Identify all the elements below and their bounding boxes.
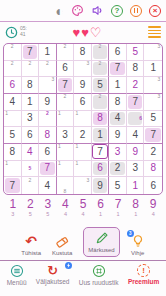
numpad-remaining-count: 1 xyxy=(117,211,120,218)
cell-r2c1[interactable]: 2 xyxy=(4,61,22,78)
cell-r6c4[interactable]: 3 xyxy=(57,127,75,144)
challenges-badge xyxy=(65,262,72,269)
cell-r5c3[interactable]: 2 xyxy=(39,111,57,128)
cell-r5c2[interactable]: 3 xyxy=(22,111,40,128)
clock-icon xyxy=(5,26,18,39)
cell-value: 3 xyxy=(27,113,33,123)
cell-r6c7[interactable]: 9 xyxy=(109,127,127,144)
status-bar: 05:41 ♥♥♡ xyxy=(0,22,166,42)
cell-r1c2[interactable]: 7 xyxy=(22,44,40,61)
numpad-remaining-count: 5 xyxy=(29,211,32,218)
numpad-digit: 8 xyxy=(132,198,139,211)
cell-r1c1[interactable]: 2 xyxy=(4,44,22,61)
top-icon-bar: ◐ ? × xyxy=(0,0,166,22)
numpad-remaining-count: 5 xyxy=(46,211,49,218)
cell-value: 8 xyxy=(97,113,103,123)
cell-r7c4[interactable]: 1 xyxy=(57,144,75,161)
cell-r4c8[interactable]: 7 xyxy=(127,94,145,111)
cell-r3c7[interactable]: 1 xyxy=(109,77,127,94)
cell-r2c3[interactable]: 2 xyxy=(39,61,57,78)
pencil-mark: 2 xyxy=(45,61,50,66)
pencil-mark: 2 xyxy=(97,94,102,99)
numpad-digit: 9 xyxy=(150,198,157,211)
cell-r7c5[interactable]: 1 xyxy=(74,144,92,161)
pencil-mark: 8 xyxy=(62,188,67,193)
pencil-mark: 1 xyxy=(57,111,62,116)
erase-label: Kustuta xyxy=(52,250,72,257)
cell-value: 7 xyxy=(62,80,68,90)
undo-button[interactable]: ↶ Tühista xyxy=(21,233,41,257)
sudoku-app-screen: ◐ ? × 05:41 ♥♥♡ 271282653222632781683795… xyxy=(0,0,166,296)
premium-exclaim: ! xyxy=(142,266,145,275)
cell-r8c4[interactable]: 1 xyxy=(57,161,75,178)
numpad-digit: 6 xyxy=(97,198,104,211)
cell-value: 1 xyxy=(97,130,103,140)
pencil-mark: 2 xyxy=(97,44,102,49)
cell-value: 4 xyxy=(132,130,138,140)
bottom-nav: Menüü ↻ Väljakutsed Uus ruudustik ! Pree… xyxy=(0,261,166,286)
cell-value: 4 xyxy=(27,147,33,157)
premium-gear-icon: ! xyxy=(137,264,150,277)
notes-pencil-icon xyxy=(95,230,109,246)
sound-icon[interactable] xyxy=(91,4,104,17)
cell-value: 2 xyxy=(150,147,156,157)
pencil-mark: 6 xyxy=(138,116,143,121)
cell-r5c6[interactable]: 8 xyxy=(92,111,110,128)
cell-r5c4[interactable]: 1 xyxy=(57,111,75,128)
cell-r5c1[interactable]: 1 xyxy=(4,111,22,128)
numpad-digit: 2 xyxy=(27,198,34,211)
close-icon[interactable]: × xyxy=(149,5,161,17)
cell-r2c5[interactable]: 3 xyxy=(74,61,92,78)
difficulty-menu-icon[interactable] xyxy=(148,26,161,37)
cell-r3c5[interactable]: 9 xyxy=(74,77,92,94)
cell-r4c9[interactable]: 3 xyxy=(144,94,162,111)
cell-value: 6 xyxy=(150,181,156,191)
cell-r2c4[interactable]: 6 xyxy=(57,61,75,78)
cell-r3c1[interactable]: 6 xyxy=(4,77,22,94)
cell-value: 4 xyxy=(9,97,15,107)
cell-r9c7[interactable]: 5 xyxy=(109,177,127,194)
help-icon[interactable]: ? xyxy=(111,5,123,17)
numpad-1[interactable]: 13 xyxy=(4,198,22,218)
cell-r6c5[interactable]: 2 xyxy=(74,127,92,144)
numpad-3[interactable]: 35 xyxy=(39,198,57,218)
cell-r9c2[interactable]: 2 xyxy=(22,177,40,194)
cell-value: 7 xyxy=(150,130,156,140)
cell-value: 7 xyxy=(9,181,15,191)
cell-value: 9 xyxy=(115,130,121,140)
cell-value: 4 xyxy=(45,181,51,191)
cell-r4c6[interactable]: 2 xyxy=(92,94,110,111)
cell-value: 9 xyxy=(97,181,103,191)
cell-r6c8[interactable]: 4 xyxy=(127,127,145,144)
cell-value: 5 xyxy=(115,181,121,191)
cell-value: 3 xyxy=(132,163,138,173)
numpad-digit: 7 xyxy=(115,198,122,211)
cell-value: 7 xyxy=(132,97,138,107)
cell-r9c6[interactable]: 9 xyxy=(92,177,110,194)
cell-r7c6[interactable]: 7 xyxy=(92,144,110,161)
cell-r9c3[interactable]: 4 xyxy=(39,177,57,194)
cell-r7c9[interactable]: 2 xyxy=(144,144,162,161)
pencil-mark: 2 xyxy=(10,61,15,66)
lives-hearts: ♥♥♡ xyxy=(27,26,148,39)
cell-r6c2[interactable]: 6 xyxy=(22,127,40,144)
cell-value: 8 xyxy=(80,47,86,57)
nav-new-grid[interactable]: Uus ruudustik xyxy=(79,264,119,286)
cell-r4c1[interactable]: 4 xyxy=(4,94,22,111)
pencil-mark: 3 xyxy=(156,44,162,49)
help-glyph: ? xyxy=(115,6,120,15)
cell-value: 7 xyxy=(27,47,33,57)
cell-value: 9 xyxy=(132,147,138,157)
cell-r3c6[interactable]: 5 xyxy=(92,77,110,94)
number-pad: 132535445461718194 xyxy=(0,195,166,218)
pencil-mark: 5 xyxy=(27,166,32,171)
cell-value: 1 xyxy=(115,80,121,90)
notes-toggle-active[interactable]: Märkused xyxy=(83,227,119,257)
cell-r3c8[interactable]: 2 xyxy=(127,77,145,94)
cell-r9c4[interactable]: 8 xyxy=(57,177,75,194)
cell-value: 3 xyxy=(62,130,68,140)
cell-value: 6 xyxy=(45,147,51,157)
cell-value: 6 xyxy=(115,47,121,57)
cell-value: 9 xyxy=(45,97,51,107)
cell-value: 5 xyxy=(150,113,156,123)
cell-value: 2 xyxy=(80,130,86,140)
eraser-icon xyxy=(55,233,70,249)
nav-challenges[interactable]: ↻ Väljakutsed xyxy=(36,264,70,285)
cell-r5c7[interactable]: 4 xyxy=(109,111,127,128)
cell-value: 8 xyxy=(27,80,33,90)
cell-r3c3[interactable]: 3 xyxy=(39,77,57,94)
cell-r8c1[interactable]: 1 xyxy=(4,161,22,178)
pencil-mark: 1 xyxy=(74,111,79,116)
cell-r4c4[interactable]: 2 xyxy=(57,94,75,111)
cell-value: 5 xyxy=(97,80,103,90)
new-grid-icon xyxy=(92,264,106,278)
numpad-5[interactable]: 54 xyxy=(74,198,92,218)
hint-bulb-icon: 3 xyxy=(131,233,145,249)
cell-r6c3[interactable]: 8 xyxy=(39,127,57,144)
undo-label: Tühista xyxy=(21,250,41,257)
cell-r2c2[interactable]: 2 xyxy=(22,61,40,78)
numpad-4[interactable]: 44 xyxy=(57,198,75,218)
cell-r3c2[interactable]: 8 xyxy=(22,77,40,94)
cell-value: 8 xyxy=(150,163,156,173)
pencil-mark: 2 xyxy=(27,61,32,66)
pencil-mark: 3 xyxy=(85,61,90,66)
pencil-mark: 3 xyxy=(85,177,90,182)
numpad-remaining-count: 4 xyxy=(81,211,84,218)
pause-bars xyxy=(134,8,139,13)
pencil-mark: 3 xyxy=(156,94,162,99)
cell-r9c5[interactable]: 3 xyxy=(74,177,92,194)
cell-r7c8[interactable]: 9 xyxy=(127,144,145,161)
cell-value: 7 xyxy=(97,147,103,157)
cell-value: 6 xyxy=(27,130,33,140)
nav-new-grid-label: Uus ruudustik xyxy=(79,279,119,286)
nav-premium[interactable]: ! Preemium xyxy=(128,264,159,285)
numpad-digit: 3 xyxy=(45,198,52,211)
cell-r3c9[interactable]: 3 xyxy=(144,77,162,94)
cell-r2c9[interactable]: 1 xyxy=(144,61,162,78)
cell-r8c2[interactable]: 5 xyxy=(22,161,40,178)
close-glyph: × xyxy=(153,6,158,15)
cell-value: 4 xyxy=(115,113,121,123)
cell-r6c6[interactable]: 1 xyxy=(92,127,110,144)
numpad-remaining-count: 4 xyxy=(64,211,67,218)
numpad-remaining-count: 3 xyxy=(11,211,14,218)
cell-r2c7[interactable]: 7 xyxy=(109,61,127,78)
cell-value: 7 xyxy=(115,63,121,73)
cell-value: 6 xyxy=(80,97,86,107)
hint-count-badge: 3 xyxy=(127,230,134,237)
timer: 05:41 xyxy=(5,26,27,39)
numpad-7[interactable]: 71 xyxy=(109,198,127,218)
cell-r8c7[interactable]: 2 xyxy=(109,161,127,178)
cell-r8c3[interactable]: 7 xyxy=(39,161,57,178)
pencil-mark: 2 xyxy=(62,94,67,99)
cell-r7c3[interactable]: 6 xyxy=(39,144,57,161)
pencil-mark: 2 xyxy=(62,44,67,49)
cell-value: 9 xyxy=(80,80,86,90)
cell-value: 1 xyxy=(27,97,33,107)
cell-r7c2[interactable]: 4 xyxy=(22,144,40,161)
erase-button[interactable]: Kustuta xyxy=(52,233,72,257)
nav-menu[interactable]: Menüü xyxy=(7,264,27,286)
cell-r6c9[interactable]: 7 xyxy=(144,127,162,144)
cell-r3c4[interactable]: 7 xyxy=(57,77,75,94)
pencil-mark: 1 xyxy=(4,161,9,166)
menu-icon xyxy=(10,264,24,278)
cell-value: 1 xyxy=(132,181,138,191)
cell-r4c7[interactable]: 8 xyxy=(109,94,127,111)
nav-menu-label: Menüü xyxy=(7,279,27,286)
cell-r2c6[interactable]: 2 xyxy=(92,61,110,78)
cell-r1c6[interactable]: 2 xyxy=(92,44,110,61)
toolbar: ↶ Tühista Kustuta Märkused 3 Vihje xyxy=(0,227,166,257)
pencil-mark: 2 xyxy=(27,177,32,182)
cell-value: 5 xyxy=(132,47,138,57)
pencil-mark: 2 xyxy=(97,61,102,66)
cell-r8c8[interactable]: 3 xyxy=(127,161,145,178)
nav-challenges-label: Väljakutsed xyxy=(36,278,70,285)
cell-value: 8 xyxy=(9,147,15,157)
numpad-digit: 4 xyxy=(62,198,69,211)
cell-value: 6 xyxy=(9,80,15,90)
hint-button[interactable]: 3 Vihje xyxy=(131,233,145,257)
numpad-remaining-count: 1 xyxy=(134,211,137,218)
cell-r2c8[interactable]: 8 xyxy=(127,61,145,78)
cell-r9c9[interactable]: 6 xyxy=(144,177,162,194)
nav-premium-label: Preemium xyxy=(128,278,159,285)
pencil-mark: 2 xyxy=(10,44,15,49)
cell-r1c5[interactable]: 8 xyxy=(74,44,92,61)
pencil-mark: 2 xyxy=(45,111,50,116)
cell-value: 6 xyxy=(62,63,68,73)
pencil-mark: 1 xyxy=(57,144,62,149)
pencil-mark: 1 xyxy=(57,161,62,166)
cell-value: 6 xyxy=(97,163,103,173)
cell-r1c8[interactable]: 5 xyxy=(127,44,145,61)
cell-r5c8[interactable]: 6 xyxy=(127,111,145,128)
cell-r4c2[interactable]: 1 xyxy=(22,94,40,111)
pencil-mark: 1 xyxy=(74,161,79,166)
cell-r9c1[interactable]: 7 xyxy=(4,177,22,194)
numpad-remaining-count: 1 xyxy=(99,211,102,218)
hint-label: Vihje xyxy=(131,250,144,257)
cell-value: 2 xyxy=(132,80,138,90)
cell-r1c3[interactable]: 1 xyxy=(39,44,57,61)
cell-r4c3[interactable]: 9 xyxy=(39,94,57,111)
pencil-mark: 1 xyxy=(4,111,9,116)
cell-value: 3 xyxy=(115,147,121,157)
numpad-6[interactable]: 61 xyxy=(92,198,110,218)
timer-text: 05:41 xyxy=(20,26,27,38)
numpad-remaining-count: 4 xyxy=(152,211,155,218)
cell-value: 8 xyxy=(115,97,121,107)
pause-icon[interactable] xyxy=(130,5,142,17)
cell-r5c5[interactable]: 1 xyxy=(74,111,92,128)
cell-r1c9[interactable]: 3 xyxy=(144,44,162,61)
notes-label: Märkused xyxy=(88,247,114,254)
cell-r9c8[interactable]: 1 xyxy=(127,177,145,194)
numpad-2[interactable]: 25 xyxy=(22,198,40,218)
undo-icon: ↶ xyxy=(25,234,37,248)
palette-icon[interactable] xyxy=(71,4,84,17)
pencil-mark: 3 xyxy=(156,77,162,82)
pencil-mark: 3 xyxy=(50,77,55,82)
sudoku-board: 2712826532226327816837951234192628731321… xyxy=(3,43,163,195)
cell-r7c1[interactable]: 8 xyxy=(4,144,22,161)
cell-value: 2 xyxy=(115,163,121,173)
cell-value: 1 xyxy=(150,63,156,73)
cell-r6c1[interactable]: 5 xyxy=(4,127,22,144)
cell-r7c7[interactable]: 3 xyxy=(109,144,127,161)
cell-r1c7[interactable]: 6 xyxy=(109,44,127,61)
cell-value: 7 xyxy=(45,163,51,173)
numpad-digit: 5 xyxy=(80,198,87,211)
cell-r8c6[interactable]: 6 xyxy=(92,161,110,178)
numpad-8[interactable]: 81 xyxy=(127,198,145,218)
contrast-theme-icon[interactable]: ◐ xyxy=(56,4,64,18)
cell-value: 1 xyxy=(45,47,51,57)
numpad-9[interactable]: 94 xyxy=(144,198,162,218)
cell-r8c5[interactable]: 1 xyxy=(74,161,92,178)
numpad-digit: 1 xyxy=(9,198,16,211)
cell-r4c5[interactable]: 6 xyxy=(74,94,92,111)
cell-r1c4[interactable]: 2 xyxy=(57,44,75,61)
pencil-mark: 1 xyxy=(74,144,79,149)
cell-value: 8 xyxy=(45,130,51,140)
cell-value: 8 xyxy=(132,63,138,73)
cell-r5c9[interactable]: 5 xyxy=(144,111,162,128)
cell-r8c9[interactable]: 8 xyxy=(144,161,162,178)
cell-value: 5 xyxy=(9,130,15,140)
challenges-icon: ↻ xyxy=(47,264,58,277)
